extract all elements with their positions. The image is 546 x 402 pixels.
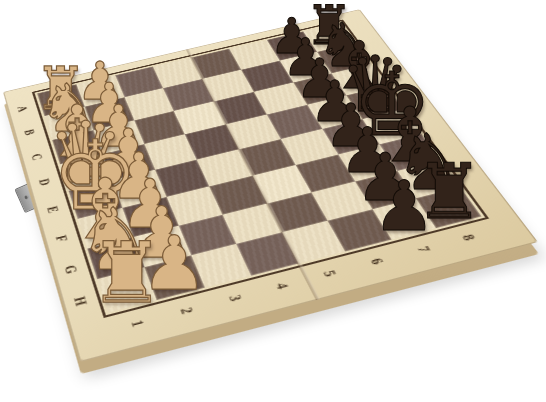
piece-black-rook[interactable]: ♜ xyxy=(403,154,495,230)
piece-white-pawn[interactable]: ♟ xyxy=(129,227,218,302)
photo-scene: ABCDEFGH 12345678 ♜♞♝♛♚♝♞♜♟♟♟♟♟♟♟♟♟♟♟♟♟♟… xyxy=(0,0,546,402)
pieces-layer: ♜♞♝♛♚♝♞♜♟♟♟♟♟♟♟♟♟♟♟♟♟♟♟♟♜♞♝♛♚♝♞♜ xyxy=(0,0,546,402)
